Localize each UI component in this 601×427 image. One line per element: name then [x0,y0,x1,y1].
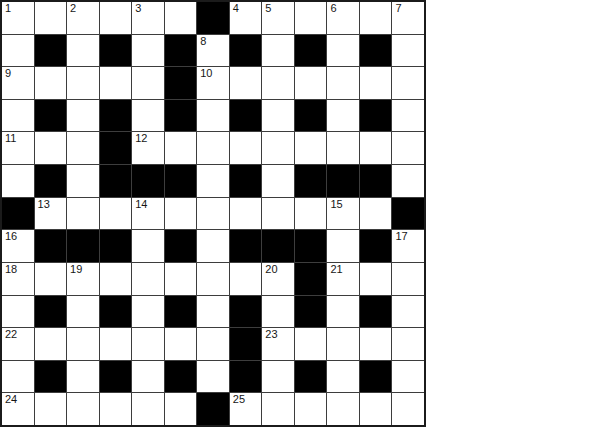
cell-r11c10[interactable] [327,361,359,393]
clue-number: 15 [330,198,342,211]
cell-r4c10[interactable] [327,132,359,164]
cell-r1c4[interactable] [132,35,164,67]
cell-r12c9[interactable] [295,393,327,425]
cell-r5c8[interactable] [262,165,294,197]
cell-r12c12[interactable] [392,393,424,425]
cell-r10c10[interactable] [327,328,359,360]
block-cell-r4c3 [100,132,132,164]
cell-r8c1[interactable] [35,263,67,295]
block-cell-r9c9 [295,296,327,328]
cell-r10c1[interactable] [35,328,67,360]
cell-r5c12[interactable] [392,165,424,197]
block-cell-r3c7 [230,100,262,132]
cell-r8c4[interactable] [132,263,164,295]
cell-r0c3[interactable] [100,2,132,34]
cell-r3c2[interactable] [67,100,99,132]
block-cell-r5c7 [230,165,262,197]
cell-r10c5[interactable] [165,328,197,360]
block-cell-r12c6 [197,393,229,425]
clue-number: 24 [5,393,17,406]
cell-r4c11[interactable] [360,132,392,164]
cell-r4c0[interactable]: 11 [2,132,34,164]
cell-r10c11[interactable] [360,328,392,360]
cell-r1c12[interactable] [392,35,424,67]
cell-r6c1[interactable]: 13 [35,198,67,230]
crossword-board: 1234567891011121314151617181920212223242… [0,0,426,427]
block-cell-r11c1 [35,361,67,393]
cell-r0c4[interactable]: 3 [132,2,164,34]
block-cell-r7c7 [230,230,262,262]
cell-r10c4[interactable] [132,328,164,360]
cell-r4c4[interactable]: 12 [132,132,164,164]
cell-r11c6[interactable] [197,361,229,393]
cell-r8c10[interactable]: 21 [327,263,359,295]
cell-r6c9[interactable] [295,198,327,230]
cell-r3c10[interactable] [327,100,359,132]
block-cell-r1c9 [295,35,327,67]
block-cell-r1c1 [35,35,67,67]
block-cell-r5c10 [327,165,359,197]
cell-r9c8[interactable] [262,296,294,328]
cell-r6c2[interactable] [67,198,99,230]
cell-r2c1[interactable] [35,67,67,99]
cell-r0c10[interactable]: 6 [327,2,359,34]
cell-r8c0[interactable]: 18 [2,263,34,295]
clue-number: 23 [265,328,277,341]
cell-r2c10[interactable] [327,67,359,99]
block-cell-r9c1 [35,296,67,328]
cell-r9c10[interactable] [327,296,359,328]
clue-number: 1 [5,2,11,15]
cell-r0c7[interactable]: 4 [230,2,262,34]
clue-number: 13 [38,198,50,211]
block-cell-r3c1 [35,100,67,132]
clue-number: 20 [265,263,277,276]
block-cell-r9c5 [165,296,197,328]
cell-r2c7[interactable] [230,67,262,99]
block-cell-r1c5 [165,35,197,67]
cell-r12c8[interactable] [262,393,294,425]
cell-r10c6[interactable] [197,328,229,360]
cell-r4c12[interactable] [392,132,424,164]
cell-r11c0[interactable] [2,361,34,393]
clue-number: 17 [395,230,407,243]
block-cell-r9c7 [230,296,262,328]
cell-r4c8[interactable] [262,132,294,164]
cell-r9c6[interactable] [197,296,229,328]
cell-r8c7[interactable] [230,263,262,295]
block-cell-r5c3 [100,165,132,197]
clue-number: 8 [200,35,206,48]
cell-r2c8[interactable] [262,67,294,99]
block-cell-r2c5 [165,67,197,99]
cell-r4c9[interactable] [295,132,327,164]
cell-r5c2[interactable] [67,165,99,197]
clue-number: 18 [5,263,17,276]
clue-number: 6 [330,2,336,15]
cell-r8c6[interactable] [197,263,229,295]
cell-r8c2[interactable]: 19 [67,263,99,295]
cell-r6c11[interactable] [360,198,392,230]
block-cell-r1c11 [360,35,392,67]
cell-r6c4[interactable]: 14 [132,198,164,230]
cell-r9c0[interactable] [2,296,34,328]
cell-r9c2[interactable] [67,296,99,328]
cell-r5c0[interactable] [2,165,34,197]
cell-r2c0[interactable]: 9 [2,67,34,99]
block-cell-r11c11 [360,361,392,393]
cell-r4c5[interactable] [165,132,197,164]
cell-r8c12[interactable] [392,263,424,295]
block-cell-r5c1 [35,165,67,197]
cell-r2c2[interactable] [67,67,99,99]
cell-r0c11[interactable] [360,2,392,34]
block-cell-r5c4 [132,165,164,197]
cell-r2c4[interactable] [132,67,164,99]
cell-r2c3[interactable] [100,67,132,99]
cell-r4c2[interactable] [67,132,99,164]
cell-r6c3[interactable] [100,198,132,230]
cell-r0c2[interactable]: 2 [67,2,99,34]
clue-number: 5 [265,2,271,15]
block-cell-r3c5 [165,100,197,132]
cell-r9c12[interactable] [392,296,424,328]
clue-number: 16 [5,230,17,243]
block-cell-r1c3 [100,35,132,67]
cell-r4c7[interactable] [230,132,262,164]
cell-r8c8[interactable]: 20 [262,263,294,295]
cell-r3c8[interactable] [262,100,294,132]
block-cell-r3c3 [100,100,132,132]
block-cell-r11c9 [295,361,327,393]
cell-r2c12[interactable] [392,67,424,99]
block-cell-r5c5 [165,165,197,197]
clue-number: 25 [233,393,245,406]
cell-r3c4[interactable] [132,100,164,132]
block-cell-r9c3 [100,296,132,328]
cell-r11c8[interactable] [262,361,294,393]
block-cell-r7c5 [165,230,197,262]
cell-r0c9[interactable] [295,2,327,34]
block-cell-r3c9 [295,100,327,132]
cell-r4c1[interactable] [35,132,67,164]
clue-number: 12 [135,132,147,145]
block-cell-r7c1 [35,230,67,262]
cell-r0c5[interactable] [165,2,197,34]
block-cell-r5c11 [360,165,392,197]
cell-r6c10[interactable]: 15 [327,198,359,230]
cell-r8c11[interactable] [360,263,392,295]
cell-r12c11[interactable] [360,393,392,425]
cell-r5c6[interactable] [197,165,229,197]
cell-r7c10[interactable] [327,230,359,262]
cell-r3c0[interactable] [2,100,34,132]
clue-number: 7 [395,2,401,15]
cell-r3c12[interactable] [392,100,424,132]
cell-r9c4[interactable] [132,296,164,328]
block-cell-r1c7 [230,35,262,67]
cell-r12c4[interactable] [132,393,164,425]
cell-r7c0[interactable]: 16 [2,230,34,262]
block-cell-r11c5 [165,361,197,393]
cell-r12c2[interactable] [67,393,99,425]
cell-r7c6[interactable] [197,230,229,262]
cell-r10c12[interactable] [392,328,424,360]
cell-r1c6[interactable]: 8 [197,35,229,67]
cell-r0c12[interactable]: 7 [392,2,424,34]
block-cell-r11c3 [100,361,132,393]
cell-r4c6[interactable] [197,132,229,164]
cell-r12c0[interactable]: 24 [2,393,34,425]
block-cell-r7c2 [67,230,99,262]
cell-r6c5[interactable] [165,198,197,230]
cell-r12c10[interactable] [327,393,359,425]
clue-number: 10 [200,67,212,80]
cell-r11c12[interactable] [392,361,424,393]
cell-r1c2[interactable] [67,35,99,67]
cell-r2c6[interactable]: 10 [197,67,229,99]
cell-r0c1[interactable] [35,2,67,34]
clue-number: 4 [233,2,239,15]
clue-number: 21 [330,263,342,276]
block-cell-r11c7 [230,361,262,393]
cell-r11c2[interactable] [67,361,99,393]
cell-r1c0[interactable] [2,35,34,67]
block-cell-r3c11 [360,100,392,132]
block-cell-r8c9 [295,263,327,295]
page: 1234567891011121314151617181920212223242… [0,0,601,427]
clue-number: 19 [70,263,82,276]
block-cell-r0c6 [197,2,229,34]
block-cell-r7c9 [295,230,327,262]
cell-r8c5[interactable] [165,263,197,295]
clue-number: 3 [135,2,141,15]
cell-r3c6[interactable] [197,100,229,132]
cell-r10c8[interactable]: 23 [262,328,294,360]
cell-r10c2[interactable] [67,328,99,360]
block-cell-r7c3 [100,230,132,262]
cell-r10c0[interactable]: 22 [2,328,34,360]
cell-r12c1[interactable] [35,393,67,425]
cell-r2c11[interactable] [360,67,392,99]
cell-r11c4[interactable] [132,361,164,393]
cell-r1c8[interactable] [262,35,294,67]
block-cell-r7c11 [360,230,392,262]
cell-r12c7[interactable]: 25 [230,393,262,425]
cell-r8c3[interactable] [100,263,132,295]
cell-r6c7[interactable] [230,198,262,230]
clue-number: 2 [70,2,76,15]
cell-r1c10[interactable] [327,35,359,67]
cell-r7c4[interactable] [132,230,164,262]
clue-number: 14 [135,198,147,211]
cell-r6c6[interactable] [197,198,229,230]
cell-r10c9[interactable] [295,328,327,360]
block-cell-r7c8 [262,230,294,262]
block-cell-r6c0 [2,198,34,230]
clue-number: 9 [5,67,11,80]
block-cell-r5c9 [295,165,327,197]
cell-r0c8[interactable]: 5 [262,2,294,34]
cell-r0c0[interactable]: 1 [2,2,34,34]
block-cell-r9c11 [360,296,392,328]
clue-number: 11 [5,132,16,145]
cell-r12c5[interactable] [165,393,197,425]
cell-r6c8[interactable] [262,198,294,230]
clue-number: 22 [5,328,17,341]
block-cell-r6c12 [392,198,424,230]
cell-r12c3[interactable] [100,393,132,425]
block-cell-r10c7 [230,328,262,360]
cell-r2c9[interactable] [295,67,327,99]
cell-r10c3[interactable] [100,328,132,360]
cell-r7c12[interactable]: 17 [392,230,424,262]
